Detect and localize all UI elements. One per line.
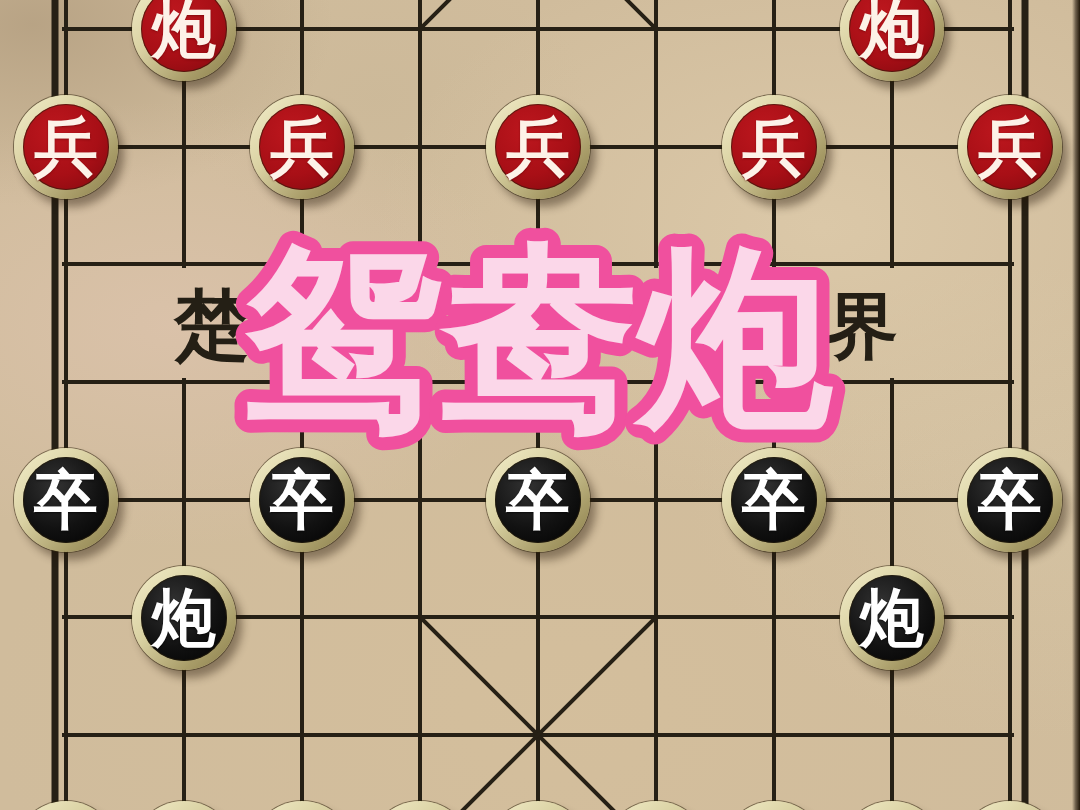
piece-glyph: 炮 xyxy=(152,586,216,650)
piece-glyph: 兵 xyxy=(34,115,98,179)
piece-black-soldier-c2r6[interactable]: 卒 xyxy=(250,448,354,552)
piece-glyph: 兵 xyxy=(506,115,570,179)
piece-glyph: 兵 xyxy=(742,115,806,179)
xiangqi-board: 楚 界 炮炮兵兵兵兵兵卒卒卒卒卒炮炮車馬象士將士象馬車 鸳鸯炮 xyxy=(0,0,1080,810)
piece-glyph: 卒 xyxy=(34,468,98,532)
piece-glyph: 兵 xyxy=(978,115,1042,179)
piece-glyph: 兵 xyxy=(270,115,334,179)
piece-glyph: 卒 xyxy=(270,468,334,532)
piece-glyph: 炮 xyxy=(860,586,924,650)
piece-red-soldier-c8r3[interactable]: 兵 xyxy=(958,95,1062,199)
river-text-left: 楚 xyxy=(174,275,250,378)
piece-glyph: 炮 xyxy=(152,0,216,61)
piece-glyph: 卒 xyxy=(742,468,806,532)
piece-black-soldier-c4r6[interactable]: 卒 xyxy=(486,448,590,552)
screen-edge-shade xyxy=(1072,0,1080,810)
piece-red-soldier-c4r3[interactable]: 兵 xyxy=(486,95,590,199)
piece-black-cannon-c7r7[interactable]: 炮 xyxy=(840,566,944,670)
piece-glyph: 卒 xyxy=(506,468,570,532)
piece-red-soldier-c2r3[interactable]: 兵 xyxy=(250,95,354,199)
piece-black-cannon-c1r7[interactable]: 炮 xyxy=(132,566,236,670)
piece-glyph: 炮 xyxy=(860,0,924,61)
piece-glyph: 卒 xyxy=(978,468,1042,532)
piece-black-soldier-c8r6[interactable]: 卒 xyxy=(958,448,1062,552)
river-text-right: 界 xyxy=(826,279,898,375)
piece-red-soldier-c0r3[interactable]: 兵 xyxy=(14,95,118,199)
piece-black-soldier-c0r6[interactable]: 卒 xyxy=(14,448,118,552)
piece-black-soldier-c6r6[interactable]: 卒 xyxy=(722,448,826,552)
piece-red-soldier-c6r3[interactable]: 兵 xyxy=(722,95,826,199)
